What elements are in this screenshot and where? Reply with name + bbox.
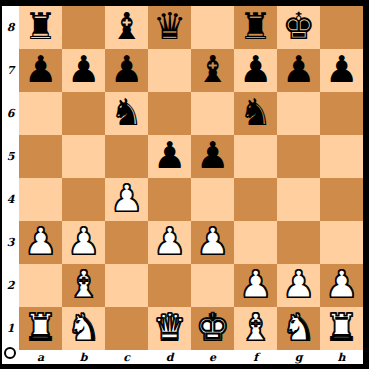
square-f2[interactable]: ♟: [234, 264, 277, 307]
square-b5[interactable]: [62, 135, 105, 178]
square-h8[interactable]: [320, 6, 363, 49]
square-e3[interactable]: ♟: [191, 221, 234, 264]
rank-label-4: 4: [2, 178, 19, 221]
rank-label-8: 8: [2, 6, 19, 49]
rank-label-5: 5: [2, 135, 19, 178]
rank-label-6: 6: [2, 92, 19, 135]
square-d4[interactable]: [148, 178, 191, 221]
square-e4[interactable]: [191, 178, 234, 221]
rank-label-7: 7: [2, 49, 19, 92]
square-a5[interactable]: [19, 135, 62, 178]
file-label-g: g: [277, 350, 320, 364]
square-a7[interactable]: ♟: [19, 49, 62, 92]
piece-black-pawn: ♟: [153, 137, 186, 174]
piece-white-pawn: ♟: [67, 223, 100, 260]
square-g6[interactable]: [277, 92, 320, 135]
piece-black-pawn: ♟: [110, 51, 143, 88]
piece-white-pawn: ♟: [239, 266, 272, 303]
square-a4[interactable]: [19, 178, 62, 221]
piece-white-queen: ♛: [153, 309, 186, 346]
square-g1[interactable]: ♞: [277, 307, 320, 350]
board-with-coordinates: 8♜♝♛♜♚7♟♟♟♝♟♟♟6♞♞5♟♟4♟3♟♟♟♟2♝♟♟♟1♜♞♛♚♝♞♜…: [2, 6, 363, 364]
square-a3[interactable]: ♟: [19, 221, 62, 264]
piece-black-bishop: ♝: [110, 8, 143, 45]
piece-black-pawn: ♟: [24, 51, 57, 88]
piece-white-pawn: ♟: [110, 180, 143, 217]
rank-label-1: 1: [2, 307, 19, 350]
square-e2[interactable]: [191, 264, 234, 307]
file-label-b: b: [62, 350, 105, 364]
piece-black-rook: ♜: [239, 8, 272, 45]
square-f4[interactable]: [234, 178, 277, 221]
square-h3[interactable]: [320, 221, 363, 264]
square-f6[interactable]: ♞: [234, 92, 277, 135]
piece-black-knight: ♞: [239, 94, 272, 131]
square-e5[interactable]: ♟: [191, 135, 234, 178]
square-b8[interactable]: [62, 6, 105, 49]
piece-black-pawn: ♟: [282, 51, 315, 88]
square-g5[interactable]: [277, 135, 320, 178]
piece-black-pawn: ♟: [67, 51, 100, 88]
square-g8[interactable]: ♚: [277, 6, 320, 49]
white-to-move-indicator: [4, 347, 16, 359]
square-h2[interactable]: ♟: [320, 264, 363, 307]
square-c5[interactable]: [105, 135, 148, 178]
square-b6[interactable]: [62, 92, 105, 135]
piece-white-rook: ♜: [325, 309, 358, 346]
square-b3[interactable]: ♟: [62, 221, 105, 264]
piece-white-knight: ♞: [67, 309, 100, 346]
rank-label-2: 2: [2, 264, 19, 307]
square-c6[interactable]: ♞: [105, 92, 148, 135]
square-b2[interactable]: ♝: [62, 264, 105, 307]
square-c2[interactable]: [105, 264, 148, 307]
square-d1[interactable]: ♛: [148, 307, 191, 350]
square-d7[interactable]: [148, 49, 191, 92]
square-d3[interactable]: ♟: [148, 221, 191, 264]
file-label-h: h: [320, 350, 363, 364]
piece-white-rook: ♜: [24, 309, 57, 346]
board-corner-cell: [2, 350, 19, 364]
chess-board-diagram: 8♜♝♛♜♚7♟♟♟♝♟♟♟6♞♞5♟♟4♟3♟♟♟♟2♝♟♟♟1♜♞♛♚♝♞♜…: [0, 0, 369, 369]
piece-black-rook: ♜: [24, 8, 57, 45]
piece-white-pawn: ♟: [24, 223, 57, 260]
piece-white-bishop: ♝: [67, 266, 100, 303]
square-g7[interactable]: ♟: [277, 49, 320, 92]
piece-black-pawn: ♟: [196, 137, 229, 174]
square-g3[interactable]: [277, 221, 320, 264]
square-c3[interactable]: [105, 221, 148, 264]
square-e8[interactable]: [191, 6, 234, 49]
square-c4[interactable]: ♟: [105, 178, 148, 221]
square-h5[interactable]: [320, 135, 363, 178]
piece-black-bishop: ♝: [196, 51, 229, 88]
square-h4[interactable]: [320, 178, 363, 221]
square-a2[interactable]: [19, 264, 62, 307]
square-d2[interactable]: [148, 264, 191, 307]
square-d6[interactable]: [148, 92, 191, 135]
square-b1[interactable]: ♞: [62, 307, 105, 350]
square-g2[interactable]: ♟: [277, 264, 320, 307]
square-d8[interactable]: ♛: [148, 6, 191, 49]
square-f7[interactable]: ♟: [234, 49, 277, 92]
square-c1[interactable]: [105, 307, 148, 350]
file-label-f: f: [234, 350, 277, 364]
piece-white-pawn: ♟: [325, 266, 358, 303]
square-g4[interactable]: [277, 178, 320, 221]
square-a8[interactable]: ♜: [19, 6, 62, 49]
piece-black-queen: ♛: [153, 8, 186, 45]
piece-white-king: ♚: [196, 309, 229, 346]
file-label-a: a: [19, 350, 62, 364]
square-h6[interactable]: [320, 92, 363, 135]
square-h7[interactable]: ♟: [320, 49, 363, 92]
square-f5[interactable]: [234, 135, 277, 178]
piece-white-pawn: ♟: [153, 223, 186, 260]
piece-black-knight: ♞: [110, 94, 143, 131]
rank-label-3: 3: [2, 221, 19, 264]
square-e6[interactable]: [191, 92, 234, 135]
square-e7[interactable]: ♝: [191, 49, 234, 92]
file-label-d: d: [148, 350, 191, 364]
square-f8[interactable]: ♜: [234, 6, 277, 49]
square-f3[interactable]: [234, 221, 277, 264]
piece-white-pawn: ♟: [196, 223, 229, 260]
square-c7[interactable]: ♟: [105, 49, 148, 92]
piece-white-pawn: ♟: [282, 266, 315, 303]
piece-black-king: ♚: [282, 8, 315, 45]
square-c8[interactable]: ♝: [105, 6, 148, 49]
square-e1[interactable]: ♚: [191, 307, 234, 350]
piece-white-bishop: ♝: [239, 309, 272, 346]
file-label-c: c: [105, 350, 148, 364]
piece-black-pawn: ♟: [239, 51, 272, 88]
piece-black-pawn: ♟: [325, 51, 358, 88]
square-d5[interactable]: ♟: [148, 135, 191, 178]
square-a6[interactable]: [19, 92, 62, 135]
square-f1[interactable]: ♝: [234, 307, 277, 350]
square-h1[interactable]: ♜: [320, 307, 363, 350]
file-label-e: e: [191, 350, 234, 364]
square-a1[interactable]: ♜: [19, 307, 62, 350]
square-b4[interactable]: [62, 178, 105, 221]
square-b7[interactable]: ♟: [62, 49, 105, 92]
piece-white-knight: ♞: [282, 309, 315, 346]
